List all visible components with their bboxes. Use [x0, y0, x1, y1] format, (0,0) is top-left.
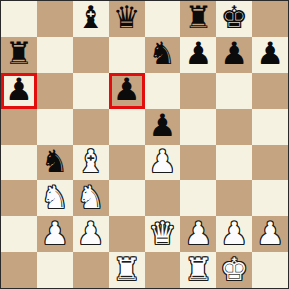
piece-white-pawn[interactable]: ♟ — [220, 218, 248, 249]
square-f5[interactable] — [180, 109, 216, 145]
square-d7[interactable] — [109, 37, 145, 73]
square-h8[interactable] — [252, 1, 288, 37]
piece-white-king[interactable]: ♚ — [220, 254, 248, 285]
piece-white-pawn[interactable]: ♟ — [41, 218, 69, 249]
piece-white-rook[interactable]: ♜ — [184, 254, 212, 285]
square-g4[interactable] — [216, 145, 252, 181]
piece-white-knight[interactable]: ♞ — [77, 182, 105, 213]
square-a5[interactable] — [1, 109, 37, 145]
square-a8[interactable] — [1, 1, 37, 37]
square-h1[interactable] — [252, 252, 288, 288]
square-c4[interactable]: ♝ — [73, 145, 109, 181]
square-h7[interactable]: ♟ — [252, 37, 288, 73]
square-f8[interactable]: ♜ — [180, 1, 216, 37]
square-h2[interactable]: ♟ — [252, 216, 288, 252]
square-e2[interactable]: ♛ — [145, 216, 181, 252]
square-a7[interactable]: ♜ — [1, 37, 37, 73]
piece-white-knight[interactable]: ♞ — [41, 182, 69, 213]
square-e3[interactable] — [145, 180, 181, 216]
square-c5[interactable] — [73, 109, 109, 145]
piece-black-pawn[interactable]: ♟ — [256, 38, 284, 69]
square-g1[interactable]: ♚ — [216, 252, 252, 288]
square-a6[interactable]: ♟ — [1, 73, 37, 109]
square-a2[interactable] — [1, 216, 37, 252]
piece-white-queen[interactable]: ♛ — [149, 218, 177, 249]
square-h4[interactable] — [252, 145, 288, 181]
square-a1[interactable] — [1, 252, 37, 288]
square-c1[interactable] — [73, 252, 109, 288]
square-e4[interactable]: ♟ — [145, 145, 181, 181]
piece-white-pawn[interactable]: ♟ — [256, 218, 284, 249]
piece-black-king[interactable]: ♚ — [220, 2, 248, 33]
piece-black-pawn[interactable]: ♟ — [5, 74, 33, 105]
square-f4[interactable] — [180, 145, 216, 181]
square-d6[interactable]: ♟ — [109, 73, 145, 109]
piece-black-rook[interactable]: ♜ — [5, 38, 33, 69]
square-b8[interactable] — [37, 1, 73, 37]
chess-board-wrap: ♝♛♜♚♜♞♟♟♟♟♟♟♞♝♟♞♞♟♟♛♟♟♟♜♜♚ — [0, 0, 289, 289]
piece-black-pawn[interactable]: ♟ — [149, 110, 177, 141]
piece-black-pawn[interactable]: ♟ — [113, 74, 141, 105]
square-g6[interactable] — [216, 73, 252, 109]
square-h6[interactable] — [252, 73, 288, 109]
piece-black-knight[interactable]: ♞ — [41, 146, 69, 177]
square-c6[interactable] — [73, 73, 109, 109]
chess-board: ♝♛♜♚♜♞♟♟♟♟♟♟♞♝♟♞♞♟♟♛♟♟♟♜♜♚ — [0, 0, 289, 289]
square-d3[interactable] — [109, 180, 145, 216]
square-a4[interactable] — [1, 145, 37, 181]
square-d5[interactable] — [109, 109, 145, 145]
piece-black-pawn[interactable]: ♟ — [184, 38, 212, 69]
square-g7[interactable]: ♟ — [216, 37, 252, 73]
square-g2[interactable]: ♟ — [216, 216, 252, 252]
square-d1[interactable]: ♜ — [109, 252, 145, 288]
piece-black-knight[interactable]: ♞ — [149, 38, 177, 69]
square-h5[interactable] — [252, 109, 288, 145]
square-c3[interactable]: ♞ — [73, 180, 109, 216]
square-e8[interactable] — [145, 1, 181, 37]
piece-black-queen[interactable]: ♛ — [113, 2, 141, 33]
piece-black-bishop[interactable]: ♝ — [77, 2, 105, 33]
piece-black-rook[interactable]: ♜ — [184, 2, 212, 33]
piece-white-pawn[interactable]: ♟ — [77, 218, 105, 249]
square-e5[interactable]: ♟ — [145, 109, 181, 145]
square-g5[interactable] — [216, 109, 252, 145]
square-g8[interactable]: ♚ — [216, 1, 252, 37]
square-g3[interactable] — [216, 180, 252, 216]
square-b1[interactable] — [37, 252, 73, 288]
square-c2[interactable]: ♟ — [73, 216, 109, 252]
square-e6[interactable] — [145, 73, 181, 109]
square-c7[interactable] — [73, 37, 109, 73]
square-b4[interactable]: ♞ — [37, 145, 73, 181]
piece-white-bishop[interactable]: ♝ — [77, 146, 105, 177]
square-f3[interactable] — [180, 180, 216, 216]
square-f2[interactable]: ♟ — [180, 216, 216, 252]
piece-black-pawn[interactable]: ♟ — [220, 38, 248, 69]
square-d2[interactable] — [109, 216, 145, 252]
square-f6[interactable] — [180, 73, 216, 109]
square-h3[interactable] — [252, 180, 288, 216]
piece-white-pawn[interactable]: ♟ — [149, 146, 177, 177]
square-f7[interactable]: ♟ — [180, 37, 216, 73]
square-c8[interactable]: ♝ — [73, 1, 109, 37]
square-d4[interactable] — [109, 145, 145, 181]
square-a3[interactable] — [1, 180, 37, 216]
piece-white-pawn[interactable]: ♟ — [184, 218, 212, 249]
square-b5[interactable] — [37, 109, 73, 145]
square-b3[interactable]: ♞ — [37, 180, 73, 216]
square-e7[interactable]: ♞ — [145, 37, 181, 73]
square-b2[interactable]: ♟ — [37, 216, 73, 252]
square-e1[interactable] — [145, 252, 181, 288]
square-b6[interactable] — [37, 73, 73, 109]
square-d8[interactable]: ♛ — [109, 1, 145, 37]
piece-white-rook[interactable]: ♜ — [113, 254, 141, 285]
square-b7[interactable] — [37, 37, 73, 73]
square-f1[interactable]: ♜ — [180, 252, 216, 288]
